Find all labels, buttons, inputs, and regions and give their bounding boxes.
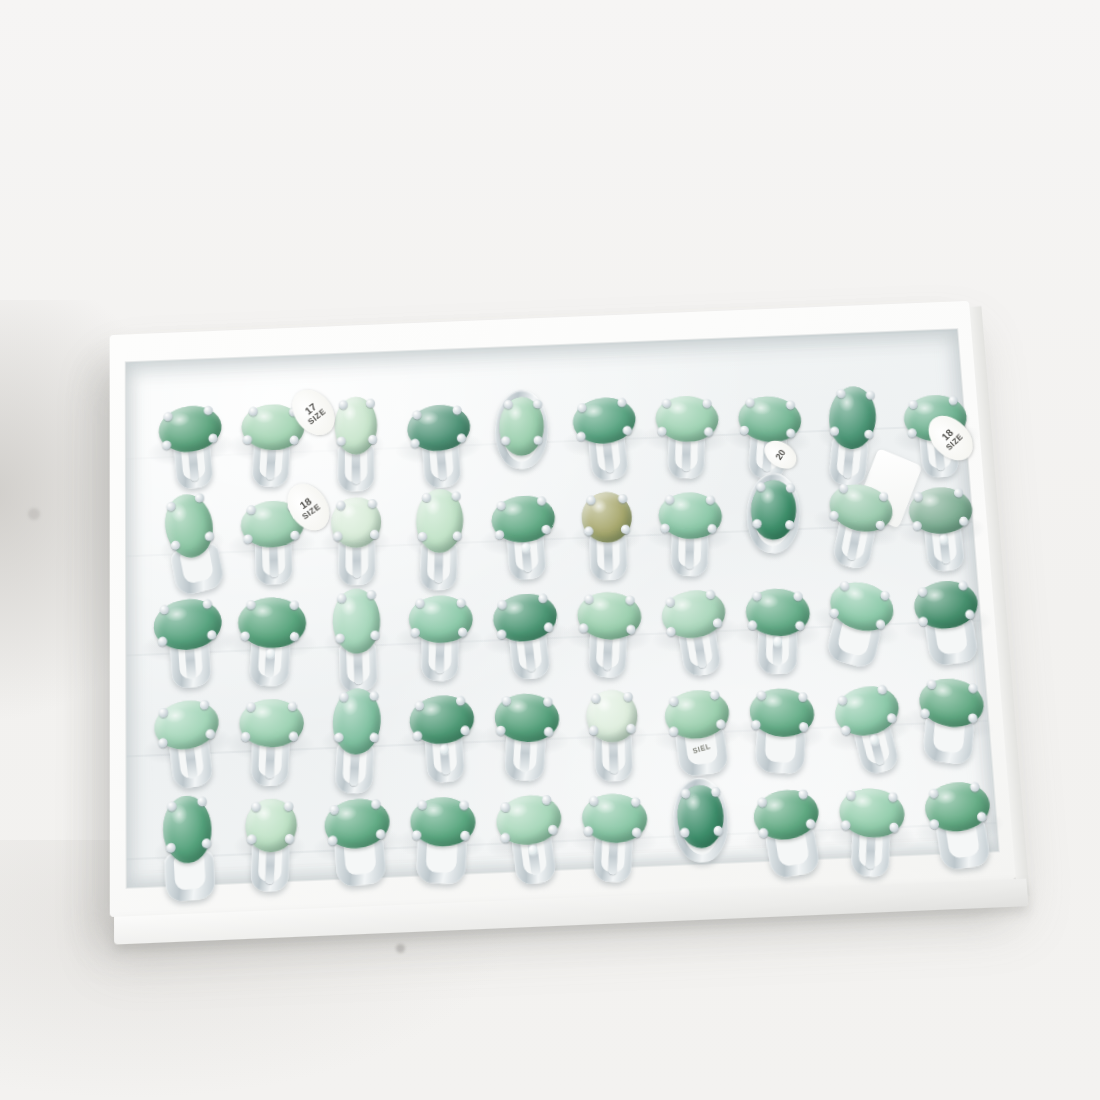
stone-setting — [662, 687, 732, 743]
ring-r5c7 — [676, 785, 724, 849]
prong-claw — [240, 631, 250, 641]
ring-r3c1 — [152, 596, 223, 653]
ring-r1c4 — [406, 403, 472, 454]
stone-setting — [658, 492, 722, 540]
ring-r5c2 — [244, 798, 297, 852]
ring-r3c2 — [237, 597, 308, 649]
ring-r4c7: SIEL — [662, 687, 732, 743]
prong-claw — [289, 600, 299, 610]
prong-claw — [201, 838, 211, 849]
prong-claw — [291, 530, 300, 540]
ring-r3c9 — [826, 576, 899, 638]
box-interior-satin: SIEL17SIZE18SIZE18SIZE20 — [126, 329, 999, 888]
prong-claw — [456, 598, 465, 608]
prong-claw — [452, 531, 461, 540]
prong-claw — [533, 400, 542, 409]
ring-r2c1 — [160, 490, 218, 563]
ring-r5c3 — [323, 796, 392, 852]
prong-claw — [626, 724, 636, 734]
ring-r4c4 — [408, 693, 476, 747]
ring-r4c1 — [152, 696, 222, 754]
prong-claw — [290, 435, 300, 444]
stone-setting — [581, 492, 632, 543]
prong-claw — [458, 627, 467, 637]
stone-setting — [586, 690, 638, 743]
ring-r5c1 — [161, 794, 213, 866]
ring-r4c9 — [830, 680, 904, 742]
ring-r3c8 — [746, 588, 810, 637]
prong-claw — [367, 590, 377, 600]
stone-setting — [409, 796, 476, 847]
ring-r5c10 — [922, 779, 994, 836]
stone-setting — [907, 485, 975, 536]
stone-setting — [157, 403, 224, 456]
prong-claw — [370, 630, 380, 640]
prong-claw — [157, 636, 167, 646]
prong-claw — [339, 692, 349, 702]
ring-r1c8 — [737, 394, 802, 445]
stone-setting — [746, 588, 810, 637]
ring-r1c6 — [571, 395, 638, 447]
ring-r1c5 — [499, 397, 544, 456]
ring-r2c4 — [415, 489, 463, 553]
prong-claw — [337, 593, 347, 603]
prong-claw — [336, 436, 345, 445]
stone-setting — [244, 798, 297, 852]
prong-claw — [665, 495, 674, 505]
prong-claw — [888, 792, 898, 802]
prong-claw — [369, 691, 379, 701]
ring-r1c3 — [335, 396, 378, 454]
stone-setting — [238, 699, 304, 748]
stone-setting — [415, 489, 463, 553]
prong-claw — [948, 396, 958, 406]
prong-claw — [366, 399, 375, 408]
crystal-accent — [773, 637, 782, 647]
stone-setting — [335, 396, 378, 454]
ring-r5c5 — [493, 791, 564, 849]
stone-setting — [737, 394, 802, 445]
prong-claw — [706, 495, 715, 505]
stone-setting — [332, 587, 382, 654]
prong-claw — [285, 834, 295, 844]
stone-setting — [406, 403, 472, 454]
ring-r4c2 — [238, 699, 304, 748]
prong-claw — [251, 802, 261, 812]
prong-claw — [416, 598, 425, 608]
prong-claw — [586, 495, 595, 504]
ring-r1c1 — [157, 403, 224, 456]
ring-r2c6 — [581, 492, 632, 543]
ring-display-box: SIEL17SIZE18SIZE18SIZE20 — [110, 301, 1016, 917]
prong-claw — [197, 797, 207, 808]
stone-setting — [408, 595, 473, 643]
ring-r5c8 — [750, 785, 822, 844]
ring-r1c7 — [655, 395, 718, 442]
prong-claw — [544, 726, 554, 736]
ring-r5c4 — [409, 796, 476, 847]
ring-r2c7 — [658, 492, 722, 540]
prong-claw — [534, 436, 543, 445]
ring-r3c6 — [576, 591, 642, 641]
prong-claw — [796, 621, 805, 631]
stone-setting — [408, 693, 476, 747]
ring-r4c10 — [918, 675, 986, 730]
stone-setting — [676, 785, 724, 849]
stone-setting — [331, 688, 382, 756]
stone-setting — [491, 590, 560, 645]
prong-claw — [543, 697, 553, 707]
background-speck — [28, 508, 40, 520]
stone-setting — [323, 796, 392, 852]
prong-claw — [166, 801, 176, 812]
prong-claw — [460, 830, 470, 840]
prong-claw — [793, 591, 802, 601]
prong-claw — [451, 492, 460, 501]
stone-setting — [749, 687, 815, 739]
stone-setting — [237, 597, 308, 649]
prong-claw — [288, 701, 298, 711]
prong-claw — [702, 399, 711, 408]
stone-setting — [161, 794, 213, 866]
stone-setting — [750, 479, 797, 541]
stone-setting — [152, 596, 223, 653]
prong-claw — [785, 520, 795, 530]
prong-claw — [591, 693, 601, 703]
ring-r4c8 — [749, 687, 815, 739]
prong-claw — [662, 398, 671, 407]
stone-setting — [571, 395, 638, 447]
background-speck — [396, 944, 405, 953]
prong-claw — [289, 731, 299, 741]
ring-r4c3 — [331, 688, 382, 756]
stone-setting — [490, 493, 557, 545]
tag-size-number: 20 — [773, 448, 787, 462]
ring-r3c4 — [408, 595, 473, 643]
prong-claw — [246, 600, 256, 610]
prong-claw — [798, 692, 808, 702]
stone-setting — [331, 497, 381, 548]
stone-setting — [494, 692, 561, 743]
ring-r4c5 — [494, 692, 561, 743]
prong-claw — [752, 591, 761, 601]
ring-r2c10 — [907, 485, 975, 536]
prong-claw — [369, 732, 379, 742]
stone-setting — [922, 779, 994, 836]
prong-claw — [968, 683, 978, 694]
prong-claw — [627, 624, 637, 634]
ring-r3c7 — [658, 586, 729, 643]
prong-claw — [421, 493, 430, 502]
stone-setting — [493, 791, 564, 849]
prong-claw — [336, 501, 345, 510]
prong-claw — [864, 429, 874, 439]
prong-claw — [459, 800, 469, 810]
prong-claw — [786, 400, 796, 410]
stone-setting — [499, 397, 544, 456]
ring-r1c9 — [827, 384, 879, 452]
ring-grid: SIEL17SIZE18SIZE18SIZE20 — [121, 337, 994, 878]
stone-setting — [827, 384, 879, 452]
prong-claw — [625, 595, 635, 605]
ring-r2c3 — [331, 497, 381, 548]
ring-r3c10 — [911, 578, 981, 633]
prong-claw — [836, 388, 846, 398]
prong-claw — [710, 787, 720, 797]
prong-claw — [204, 531, 215, 542]
ring-r5c9 — [839, 786, 906, 839]
stone-setting — [581, 792, 648, 844]
ring-r5c6 — [581, 792, 648, 844]
prong-claw — [368, 434, 377, 443]
prong-claw — [370, 530, 379, 539]
ring-r2c8 — [750, 479, 797, 541]
stone-setting — [655, 395, 718, 442]
ring-r3c3 — [332, 587, 382, 654]
stone-setting — [576, 591, 642, 641]
stone-setting — [839, 786, 906, 839]
prong-claw — [621, 525, 630, 534]
prong-claw — [631, 797, 641, 807]
ring-r2c5 — [490, 493, 557, 545]
stone-setting — [918, 675, 986, 730]
prong-claw — [953, 488, 963, 498]
prong-claw — [714, 826, 724, 836]
ring-r3c5 — [491, 590, 560, 645]
stone-setting — [911, 578, 981, 633]
prong-claw — [708, 524, 717, 534]
prong-claw — [704, 427, 713, 436]
ring-r4c6 — [586, 690, 638, 743]
